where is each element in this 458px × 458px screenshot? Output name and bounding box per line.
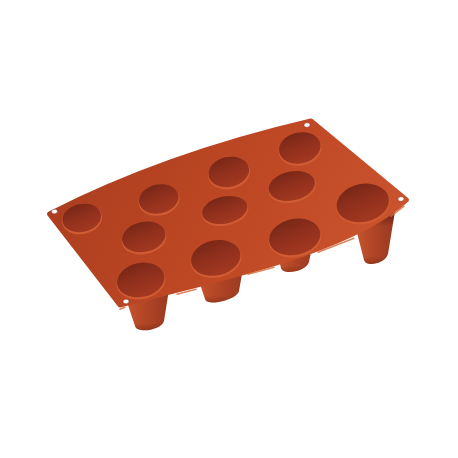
edge-highlight — [120, 307, 125, 309]
product-photo-svg — [0, 0, 458, 458]
product-photo — [0, 0, 458, 458]
